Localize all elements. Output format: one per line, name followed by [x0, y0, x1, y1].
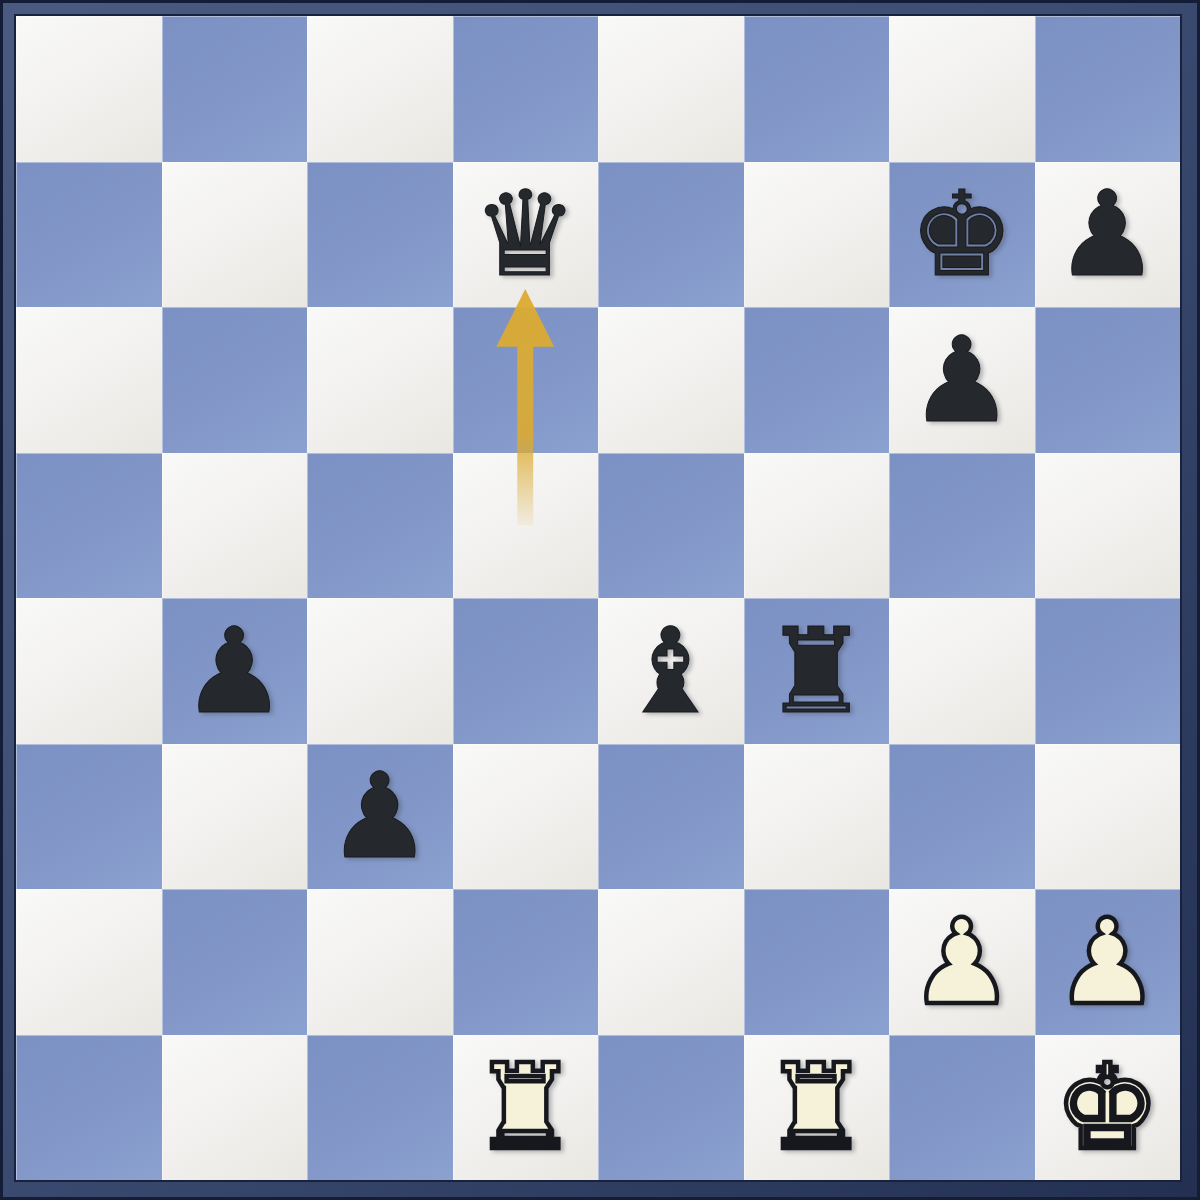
square-g3[interactable]: [889, 744, 1035, 890]
square-a5[interactable]: [16, 453, 162, 599]
white-pawn[interactable]: ♟: [909, 903, 1015, 1021]
black-pawn[interactable]: ♟: [181, 612, 287, 730]
square-d8[interactable]: [453, 16, 599, 162]
square-c2[interactable]: [307, 889, 453, 1035]
square-d4[interactable]: [453, 598, 599, 744]
square-d5[interactable]: [453, 453, 599, 599]
white-king[interactable]: ♚: [1054, 1048, 1160, 1166]
square-f1[interactable]: ♜: [744, 1035, 890, 1181]
square-a6[interactable]: [16, 307, 162, 453]
square-b6[interactable]: [162, 307, 308, 453]
square-h4[interactable]: [1035, 598, 1181, 744]
square-h6[interactable]: [1035, 307, 1181, 453]
square-g2[interactable]: ♟: [889, 889, 1035, 1035]
square-f8[interactable]: [744, 16, 890, 162]
square-e2[interactable]: [598, 889, 744, 1035]
square-b8[interactable]: [162, 16, 308, 162]
square-a4[interactable]: [16, 598, 162, 744]
square-b3[interactable]: [162, 744, 308, 890]
square-d1[interactable]: ♜: [453, 1035, 599, 1181]
square-h2[interactable]: ♟: [1035, 889, 1181, 1035]
square-c6[interactable]: [307, 307, 453, 453]
white-pawn[interactable]: ♟: [1054, 903, 1160, 1021]
square-f2[interactable]: [744, 889, 890, 1035]
white-rook[interactable]: ♜: [763, 1048, 869, 1166]
square-h8[interactable]: [1035, 16, 1181, 162]
square-g8[interactable]: [889, 16, 1035, 162]
square-d3[interactable]: [453, 744, 599, 890]
white-rook[interactable]: ♜: [472, 1048, 578, 1166]
square-g5[interactable]: [889, 453, 1035, 599]
square-c7[interactable]: [307, 162, 453, 308]
black-pawn[interactable]: ♟: [1054, 175, 1160, 293]
square-a1[interactable]: [16, 1035, 162, 1181]
square-e3[interactable]: [598, 744, 744, 890]
square-b5[interactable]: [162, 453, 308, 599]
chessboard: ♛♚♟♟♟♝♜♟♟♟♜♜♚: [14, 14, 1182, 1182]
square-a8[interactable]: [16, 16, 162, 162]
chessboard-frame: ♛♚♟♟♟♝♜♟♟♟♜♜♚: [0, 0, 1200, 1200]
square-e1[interactable]: [598, 1035, 744, 1181]
square-g1[interactable]: [889, 1035, 1035, 1181]
black-pawn[interactable]: ♟: [909, 321, 1015, 439]
square-g6[interactable]: ♟: [889, 307, 1035, 453]
square-f4[interactable]: ♜: [744, 598, 890, 744]
square-d2[interactable]: [453, 889, 599, 1035]
square-h7[interactable]: ♟: [1035, 162, 1181, 308]
square-f5[interactable]: [744, 453, 890, 599]
square-f3[interactable]: [744, 744, 890, 890]
black-king[interactable]: ♚: [909, 175, 1015, 293]
square-b4[interactable]: ♟: [162, 598, 308, 744]
black-pawn[interactable]: ♟: [327, 757, 433, 875]
square-c3[interactable]: ♟: [307, 744, 453, 890]
black-bishop[interactable]: ♝: [618, 612, 724, 730]
square-e6[interactable]: [598, 307, 744, 453]
square-h3[interactable]: [1035, 744, 1181, 890]
square-g4[interactable]: [889, 598, 1035, 744]
square-a2[interactable]: [16, 889, 162, 1035]
square-e5[interactable]: [598, 453, 744, 599]
square-g7[interactable]: ♚: [889, 162, 1035, 308]
square-c8[interactable]: [307, 16, 453, 162]
square-b2[interactable]: [162, 889, 308, 1035]
square-e4[interactable]: ♝: [598, 598, 744, 744]
square-e8[interactable]: [598, 16, 744, 162]
square-f7[interactable]: [744, 162, 890, 308]
square-d6[interactable]: [453, 307, 599, 453]
square-b1[interactable]: [162, 1035, 308, 1181]
black-rook[interactable]: ♜: [763, 612, 869, 730]
square-a3[interactable]: [16, 744, 162, 890]
square-a7[interactable]: [16, 162, 162, 308]
square-b7[interactable]: [162, 162, 308, 308]
square-h1[interactable]: ♚: [1035, 1035, 1181, 1181]
square-f6[interactable]: [744, 307, 890, 453]
square-c5[interactable]: [307, 453, 453, 599]
square-e7[interactable]: [598, 162, 744, 308]
square-c4[interactable]: [307, 598, 453, 744]
square-c1[interactable]: [307, 1035, 453, 1181]
square-h5[interactable]: [1035, 453, 1181, 599]
black-queen[interactable]: ♛: [472, 175, 578, 293]
square-d7[interactable]: ♛: [453, 162, 599, 308]
